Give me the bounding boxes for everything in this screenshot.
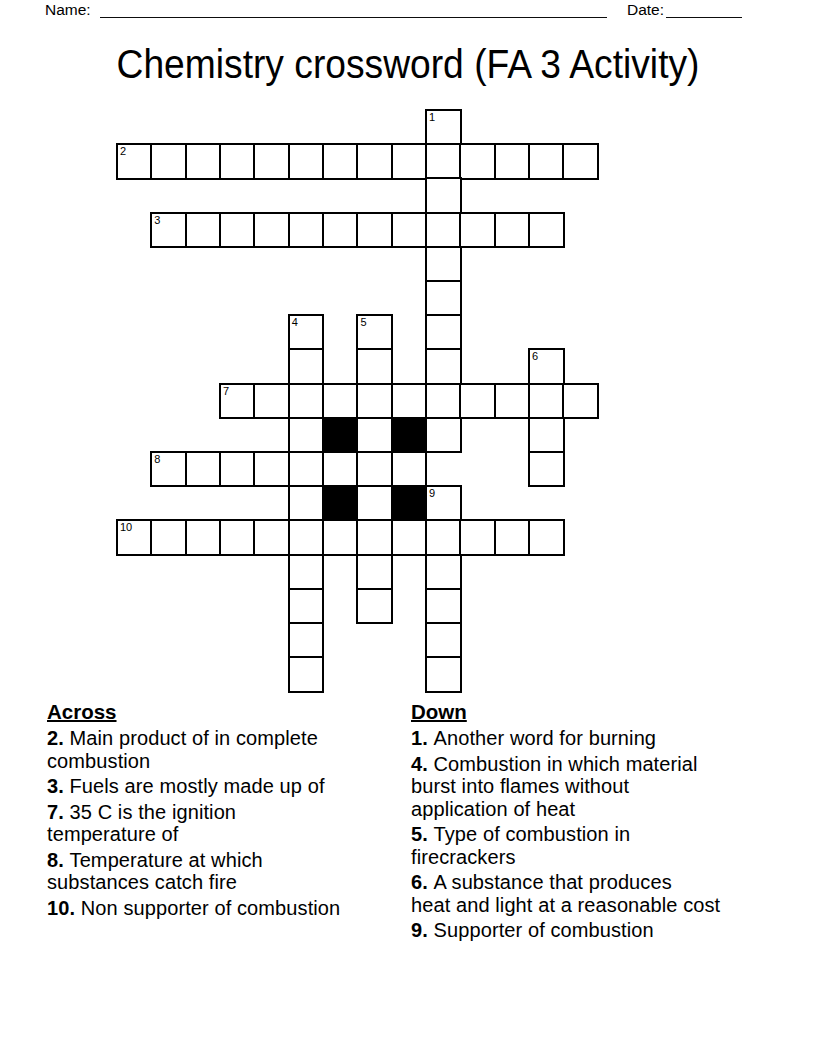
clue-label-10: 10. — [47, 897, 81, 919]
cell-r3-c8[interactable] — [391, 212, 428, 248]
clue-number-10: 10 — [120, 521, 132, 534]
cell-r5-c9[interactable] — [425, 280, 462, 316]
cell-r1-c1[interactable] — [150, 143, 187, 179]
cell-r6-c5[interactable]: 4 — [288, 314, 325, 350]
date-blank-line[interactable] — [666, 1, 742, 18]
page-title: Chemistry crossword (FA 3 Activity) — [29, 40, 788, 88]
cell-r13-c9[interactable] — [425, 554, 462, 590]
cell-r8-c3[interactable]: 7 — [219, 383, 256, 419]
clue-text-3: Fuels are mostly made up of — [70, 775, 325, 797]
cell-r1-c9[interactable] — [425, 143, 462, 179]
cell-r12-c1[interactable] — [150, 519, 187, 555]
down-clue-4: 4. Combustion in which material burst in… — [411, 753, 813, 821]
cell-r12-c11[interactable] — [494, 519, 531, 555]
down-heading: Down — [411, 700, 813, 724]
clue-label-9: 9. — [411, 919, 434, 941]
cell-r4-c9[interactable] — [425, 246, 462, 282]
cell-r12-c9[interactable] — [425, 519, 462, 555]
cell-r15-c5[interactable] — [288, 622, 325, 658]
cell-r10-c3[interactable] — [219, 451, 256, 487]
cell-r10-c7[interactable] — [356, 451, 393, 487]
cell-r8-c7[interactable] — [356, 383, 393, 419]
cell-r3-c12[interactable] — [528, 212, 565, 248]
cell-r9-c9[interactable] — [425, 417, 462, 453]
cell-r1-c2[interactable] — [185, 143, 222, 179]
name-label: Name: — [45, 1, 91, 19]
down-clues-section: Down 1. Another word for burning4. Combu… — [411, 700, 813, 945]
cell-r12-c8[interactable] — [391, 519, 428, 555]
clue-label-5: 5. — [411, 823, 434, 845]
cell-r12-c2[interactable] — [185, 519, 222, 555]
cell-r6-c7[interactable]: 5 — [356, 314, 393, 350]
cell-r14-c7[interactable] — [356, 588, 393, 624]
cell-r1-c6[interactable] — [322, 143, 359, 179]
cell-r1-c4[interactable] — [253, 143, 290, 179]
cell-r14-c9[interactable] — [425, 588, 462, 624]
clue-label-3: 3. — [47, 775, 70, 797]
cell-r10-c6[interactable] — [322, 451, 359, 487]
clue-number-2: 2 — [120, 145, 126, 158]
cell-r2-c9[interactable] — [425, 177, 462, 213]
worksheet-page: Name: Date: Chemistry crossword (FA 3 Ac… — [0, 0, 816, 1056]
cell-r1-c0[interactable]: 2 — [116, 143, 153, 179]
cell-r13-c7[interactable] — [356, 554, 393, 590]
cell-r3-c1[interactable]: 3 — [150, 212, 187, 248]
cell-r1-c13[interactable] — [562, 143, 599, 179]
clue-text-9: Supporter of combustion — [434, 919, 654, 941]
clue-text-5: Type of combustion in firecrackers — [411, 823, 630, 868]
clue-number-8: 8 — [154, 453, 160, 466]
across-clue-8: 8. Temperature at which substances catch… — [47, 849, 409, 894]
clue-number-6: 6 — [532, 350, 538, 363]
across-clue-2: 2. Main product of in complete combustio… — [47, 727, 409, 772]
cell-r11-c7[interactable] — [356, 485, 393, 521]
cell-r3-c2[interactable] — [185, 212, 222, 248]
cell-r3-c3[interactable] — [219, 212, 256, 248]
cell-r3-c10[interactable] — [459, 212, 496, 248]
cell-r8-c5[interactable] — [288, 383, 325, 419]
across-clue-7: 7. 35 C is the ignition temperature of — [47, 801, 409, 846]
cell-r12-c4[interactable] — [253, 519, 290, 555]
cell-r10-c4[interactable] — [253, 451, 290, 487]
black-cell-r9-c6 — [322, 417, 359, 453]
cell-r16-c9[interactable] — [425, 656, 462, 692]
down-clue-list: 1. Another word for burning4. Combustion… — [411, 727, 813, 942]
clue-label-4: 4. — [411, 753, 434, 775]
cell-r3-c5[interactable] — [288, 212, 325, 248]
clue-label-1: 1. — [411, 727, 434, 749]
clue-text-7: 35 C is the ignition temperature of — [47, 801, 236, 846]
cell-r10-c8[interactable] — [391, 451, 428, 487]
cell-r14-c5[interactable] — [288, 588, 325, 624]
clue-label-8: 8. — [47, 849, 70, 871]
clue-number-4: 4 — [292, 316, 298, 329]
cell-r3-c6[interactable] — [322, 212, 359, 248]
clue-text-8: Temperature at which substances catch fi… — [47, 849, 263, 894]
cell-r9-c7[interactable] — [356, 417, 393, 453]
cell-r7-c12[interactable]: 6 — [528, 348, 565, 384]
cell-r8-c10[interactable] — [459, 383, 496, 419]
cell-r8-c6[interactable] — [322, 383, 359, 419]
across-clue-3: 3. Fuels are mostly made up of — [47, 775, 409, 798]
cell-r8-c4[interactable] — [253, 383, 290, 419]
clue-label-2: 2. — [47, 727, 70, 749]
cell-r12-c6[interactable] — [322, 519, 359, 555]
across-heading: Across — [47, 700, 409, 724]
cell-r7-c9[interactable] — [425, 348, 462, 384]
cell-r12-c0[interactable]: 10 — [116, 519, 153, 555]
cell-r6-c9[interactable] — [425, 314, 462, 350]
cell-r15-c9[interactable] — [425, 622, 462, 658]
cell-r8-c9[interactable] — [425, 383, 462, 419]
cell-r1-c3[interactable] — [219, 143, 256, 179]
down-clue-1: 1. Another word for burning — [411, 727, 813, 750]
black-cell-r9-c8 — [391, 417, 428, 453]
crossword-grid: 12345678910 — [116, 109, 600, 693]
cell-r9-c12[interactable] — [528, 417, 565, 453]
clue-text-2: Main product of in complete combustion — [47, 727, 318, 772]
cell-r10-c1[interactable]: 8 — [150, 451, 187, 487]
cell-r1-c11[interactable] — [494, 143, 531, 179]
cell-r11-c9[interactable]: 9 — [425, 485, 462, 521]
clue-text-10: Non supporter of combustion — [81, 897, 341, 919]
across-clue-10: 10. Non supporter of combustion — [47, 897, 409, 920]
cell-r1-c5[interactable] — [288, 143, 325, 179]
cell-r9-c5[interactable] — [288, 417, 325, 453]
clue-text-1: Another word for burning — [434, 727, 657, 749]
down-clue-5: 5. Type of combustion in firecrackers — [411, 823, 813, 868]
cell-r0-c9[interactable]: 1 — [425, 109, 462, 145]
cell-r7-c7[interactable] — [356, 348, 393, 384]
black-cell-r11-c6 — [322, 485, 359, 521]
cell-r8-c13[interactable] — [562, 383, 599, 419]
cell-r1-c10[interactable] — [459, 143, 496, 179]
cell-r11-c5[interactable] — [288, 485, 325, 521]
clue-text-6: A substance that produces heat and light… — [411, 871, 720, 916]
cell-r3-c7[interactable] — [356, 212, 393, 248]
cell-r3-c11[interactable] — [494, 212, 531, 248]
down-clue-6: 6. A substance that produces heat and li… — [411, 871, 813, 916]
cell-r8-c12[interactable] — [528, 383, 565, 419]
cell-r8-c11[interactable] — [494, 383, 531, 419]
black-cell-r11-c8 — [391, 485, 428, 521]
cell-r1-c7[interactable] — [356, 143, 393, 179]
cell-r7-c5[interactable] — [288, 348, 325, 384]
clue-number-3: 3 — [154, 214, 160, 227]
cell-r10-c5[interactable] — [288, 451, 325, 487]
cell-r1-c12[interactable] — [528, 143, 565, 179]
cell-r1-c8[interactable] — [391, 143, 428, 179]
clue-number-1: 1 — [429, 111, 435, 124]
clue-number-5: 5 — [360, 316, 366, 329]
cell-r10-c2[interactable] — [185, 451, 222, 487]
clue-number-7: 7 — [223, 385, 229, 398]
cell-r12-c7[interactable] — [356, 519, 393, 555]
name-blank-line[interactable] — [100, 1, 607, 18]
across-clue-list: 2. Main product of in complete combustio… — [47, 727, 409, 919]
cell-r12-c3[interactable] — [219, 519, 256, 555]
down-clue-9: 9. Supporter of combustion — [411, 919, 813, 942]
cell-r12-c12[interactable] — [528, 519, 565, 555]
across-clues-section: Across 2. Main product of in complete co… — [47, 700, 409, 922]
cell-r12-c5[interactable] — [288, 519, 325, 555]
clue-label-6: 6. — [411, 871, 434, 893]
cell-r3-c9[interactable] — [425, 212, 462, 248]
cell-r16-c5[interactable] — [288, 656, 325, 692]
clue-label-7: 7. — [47, 801, 70, 823]
cell-r12-c10[interactable] — [459, 519, 496, 555]
clue-text-4: Combustion in which material burst into … — [411, 753, 698, 820]
clue-number-9: 9 — [429, 487, 435, 500]
cell-r13-c5[interactable] — [288, 554, 325, 590]
cell-r3-c4[interactable] — [253, 212, 290, 248]
date-label: Date: — [627, 1, 664, 19]
cell-r8-c8[interactable] — [391, 383, 428, 419]
cell-r10-c12[interactable] — [528, 451, 565, 487]
